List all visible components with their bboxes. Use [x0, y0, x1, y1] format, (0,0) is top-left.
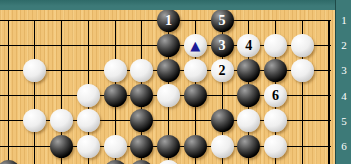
black-stone[interactable]: [104, 160, 127, 164]
white-stone[interactable]: [104, 59, 127, 82]
black-stone-move-1[interactable]: 1: [157, 10, 180, 32]
black-stone[interactable]: [264, 59, 287, 82]
triangle-marker-icon: ▲: [190, 33, 200, 56]
black-stone[interactable]: [157, 135, 180, 158]
black-stone[interactable]: [237, 84, 260, 107]
coordinate-strip: 123456: [335, 0, 351, 164]
white-stone[interactable]: [157, 84, 180, 107]
white-stone[interactable]: ▲: [184, 34, 207, 57]
black-stone[interactable]: [211, 109, 234, 132]
white-stone[interactable]: [291, 59, 314, 82]
go-app-screenshot: 15▲3426 123456: [0, 0, 351, 164]
black-stone-move-5[interactable]: 5: [211, 10, 234, 32]
row-coordinate-label: 1: [336, 14, 351, 26]
go-board[interactable]: 15▲3426: [0, 10, 335, 164]
white-stone[interactable]: [77, 109, 100, 132]
white-stone[interactable]: [50, 109, 73, 132]
white-stone[interactable]: [264, 109, 287, 132]
white-stone-move-6[interactable]: 6: [264, 84, 287, 107]
black-stone[interactable]: [157, 34, 180, 57]
white-stone[interactable]: [184, 59, 207, 82]
white-stone[interactable]: [77, 84, 100, 107]
white-stone-move-4[interactable]: 4: [237, 34, 260, 57]
black-stone[interactable]: [104, 84, 127, 107]
white-stone[interactable]: [130, 59, 153, 82]
white-stone[interactable]: [104, 135, 127, 158]
white-stone[interactable]: [211, 135, 234, 158]
white-stone[interactable]: [291, 34, 314, 57]
row-coordinate-label: 3: [336, 64, 351, 76]
white-stone[interactable]: [23, 59, 46, 82]
row-coordinate-label: 4: [336, 90, 351, 102]
black-stone[interactable]: [130, 160, 153, 164]
black-stone[interactable]: [157, 59, 180, 82]
frame-top-bar: [0, 0, 351, 10]
black-stone[interactable]: [130, 109, 153, 132]
row-coordinate-label: 5: [336, 115, 351, 127]
black-stone-move-3[interactable]: 3: [211, 34, 234, 57]
grid-line-vertical: [34, 20, 35, 164]
grid-line-vertical: [8, 20, 9, 164]
black-stone[interactable]: [130, 135, 153, 158]
white-stone[interactable]: [237, 109, 260, 132]
white-stone[interactable]: [157, 160, 180, 164]
black-stone[interactable]: [184, 84, 207, 107]
grid-line-vertical: [328, 20, 330, 164]
white-stone[interactable]: [23, 109, 46, 132]
black-stone[interactable]: [237, 59, 260, 82]
black-stone[interactable]: [0, 160, 20, 164]
black-stone[interactable]: [184, 135, 207, 158]
white-stone[interactable]: [264, 34, 287, 57]
black-stone[interactable]: [130, 84, 153, 107]
row-coordinate-label: 6: [336, 140, 351, 152]
white-stone[interactable]: [77, 135, 100, 158]
black-stone[interactable]: [237, 135, 260, 158]
white-stone[interactable]: [264, 135, 287, 158]
white-stone-move-2[interactable]: 2: [211, 59, 234, 82]
row-coordinate-label: 2: [336, 39, 351, 51]
black-stone[interactable]: [50, 135, 73, 158]
